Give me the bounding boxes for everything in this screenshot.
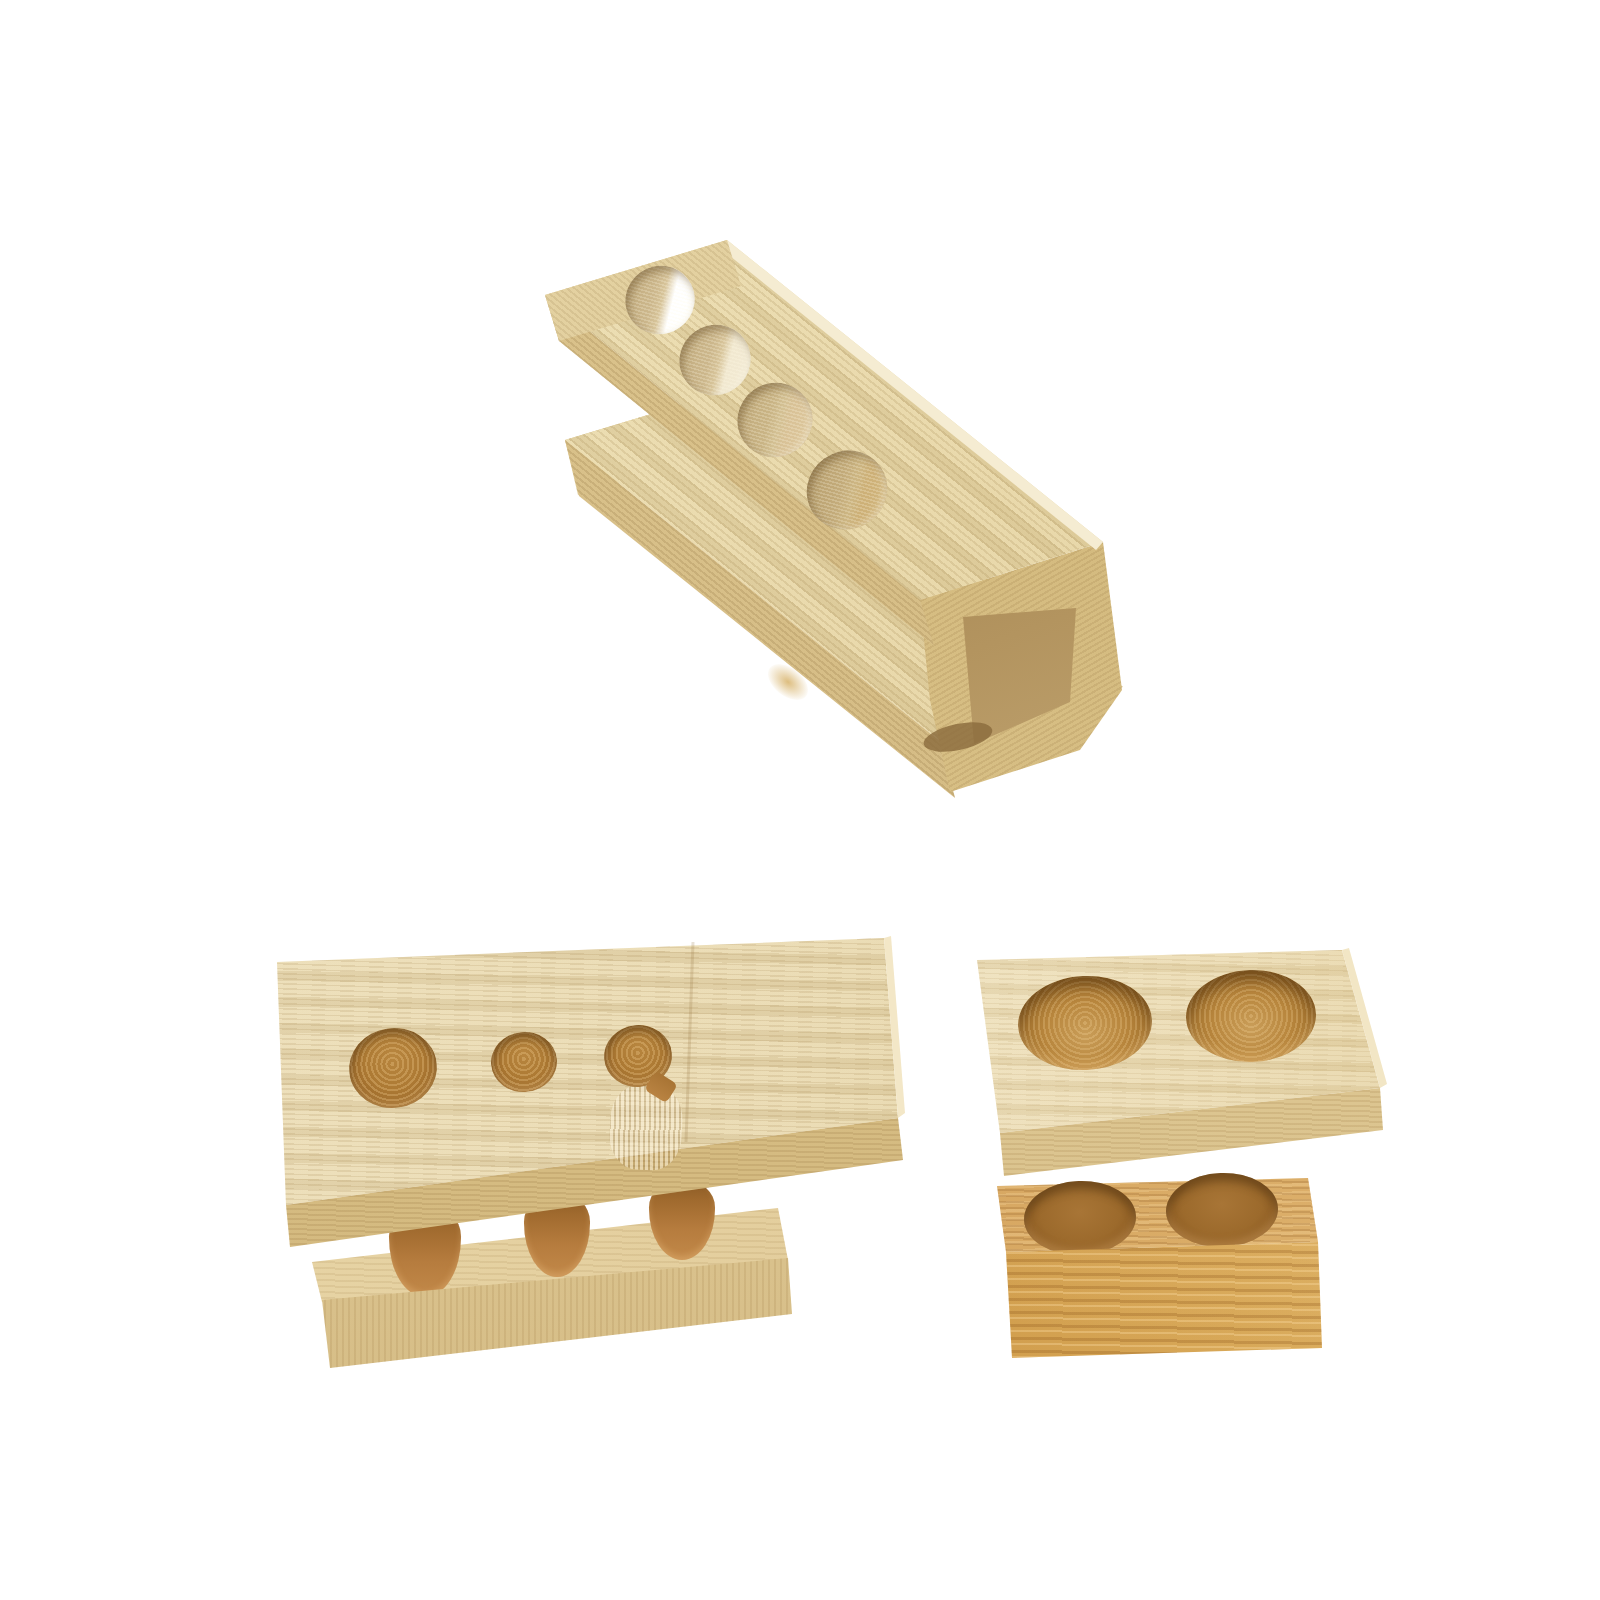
three-hole-stand-scratch-patch: [608, 1083, 684, 1172]
four-hole-stand-bottom-plate-left-end-face: [0, 0, 1600, 1600]
four-hole-stand-far-edge-bevel: [0, 0, 1600, 1600]
two-hole-stand-base-plate-front-face: [0, 0, 1600, 1600]
four-hole-stand-side-opening: [0, 0, 1600, 1600]
three-hole-stand-base-plate-front-face: [0, 0, 1600, 1600]
two-hole-stand-right-edge-bevel: [0, 0, 1600, 1600]
two-hole-stand-top-plate-front-face: [0, 0, 1600, 1600]
four-hole-stand-bottom-plate-front-face: [0, 0, 1600, 1600]
product-photo-canvas: [0, 0, 1600, 1600]
three-hole-stand-top-plate-top-face: [0, 0, 1600, 1600]
four-hole-stand-top-plate-top-face: [0, 0, 1600, 1600]
four-hole-stand-top-plate-front-face: [0, 0, 1600, 1600]
two-hole-stand-base-plate-top-face: [0, 0, 1600, 1600]
four-hole-stand-bottom-plate-top-face: [0, 0, 1600, 1600]
two-hole-stand-top-plate-top-face: [0, 0, 1600, 1600]
three-hole-stand-top-plate-front-face: [0, 0, 1600, 1600]
three-hole-stand-right-edge-bevel: [0, 0, 1600, 1600]
four-hole-stand-right-end-frame: [0, 0, 1600, 1600]
three-hole-stand-base-plate-top-face: [0, 0, 1600, 1600]
four-hole-stand-top-plate-left-end-face: [0, 0, 1600, 1600]
